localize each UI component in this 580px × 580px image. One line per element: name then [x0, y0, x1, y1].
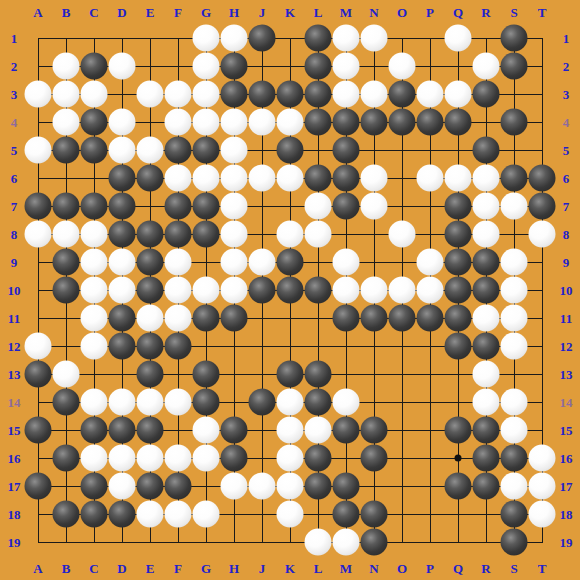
bottom-coord-label: S: [510, 562, 517, 575]
left-coord-label: 1: [11, 32, 18, 45]
black-stone: [333, 165, 360, 192]
black-stone: [25, 417, 52, 444]
bottom-coord-label: Q: [453, 562, 463, 575]
black-stone: [333, 193, 360, 220]
black-stone: [25, 193, 52, 220]
white-stone: [277, 501, 304, 528]
black-stone: [221, 445, 248, 472]
black-stone: [53, 249, 80, 276]
top-coord-label: S: [510, 6, 517, 19]
white-stone: [221, 249, 248, 276]
white-stone: [277, 473, 304, 500]
black-stone: [417, 305, 444, 332]
white-stone: [165, 109, 192, 136]
black-stone: [193, 361, 220, 388]
white-stone: [53, 53, 80, 80]
white-stone: [25, 81, 52, 108]
black-stone: [361, 529, 388, 556]
left-coord-label: 4: [11, 116, 18, 129]
white-stone: [25, 333, 52, 360]
black-stone: [501, 445, 528, 472]
black-stone: [193, 221, 220, 248]
white-stone: [501, 417, 528, 444]
white-stone: [361, 81, 388, 108]
black-stone: [473, 333, 500, 360]
left-coord-label: 11: [8, 312, 20, 325]
black-stone: [193, 305, 220, 332]
white-stone: [361, 25, 388, 52]
white-stone: [501, 193, 528, 220]
white-stone: [417, 249, 444, 276]
left-coord-label: 2: [11, 60, 18, 73]
white-stone: [137, 501, 164, 528]
black-stone: [221, 417, 248, 444]
white-stone: [389, 221, 416, 248]
black-stone: [305, 277, 332, 304]
left-coord-label: 7: [11, 200, 18, 213]
white-stone: [53, 109, 80, 136]
white-stone: [333, 53, 360, 80]
white-stone: [165, 277, 192, 304]
white-stone: [277, 445, 304, 472]
white-stone: [81, 333, 108, 360]
white-stone: [221, 137, 248, 164]
black-stone: [305, 165, 332, 192]
black-stone: [53, 445, 80, 472]
white-stone: [221, 193, 248, 220]
black-stone: [53, 137, 80, 164]
black-stone: [361, 501, 388, 528]
white-stone: [445, 165, 472, 192]
black-stone: [305, 53, 332, 80]
white-stone: [193, 165, 220, 192]
black-stone: [473, 445, 500, 472]
white-stone: [277, 389, 304, 416]
black-stone: [53, 389, 80, 416]
white-stone: [277, 417, 304, 444]
black-stone: [529, 193, 556, 220]
white-stone: [333, 25, 360, 52]
black-stone: [445, 221, 472, 248]
white-stone: [249, 473, 276, 500]
black-stone: [109, 333, 136, 360]
black-stone: [333, 417, 360, 444]
black-stone: [165, 193, 192, 220]
white-stone: [277, 109, 304, 136]
black-stone: [333, 501, 360, 528]
black-stone: [305, 81, 332, 108]
black-stone: [249, 81, 276, 108]
black-stone: [81, 501, 108, 528]
black-stone: [165, 137, 192, 164]
black-stone: [109, 193, 136, 220]
bottom-coord-label: L: [314, 562, 323, 575]
white-stone: [249, 109, 276, 136]
left-coord-label: 16: [8, 452, 21, 465]
black-stone: [333, 137, 360, 164]
top-coord-label: N: [369, 6, 378, 19]
bottom-coord-label: C: [89, 562, 98, 575]
white-stone: [445, 81, 472, 108]
black-stone: [361, 109, 388, 136]
black-stone: [277, 81, 304, 108]
white-stone: [249, 249, 276, 276]
bottom-coord-label: G: [201, 562, 211, 575]
top-coord-label: L: [314, 6, 323, 19]
top-coord-label: T: [538, 6, 547, 19]
bottom-coord-label: F: [174, 562, 182, 575]
black-stone: [165, 221, 192, 248]
black-stone: [109, 221, 136, 248]
right-coord-label: 12: [560, 340, 573, 353]
black-stone: [193, 137, 220, 164]
top-coord-label: R: [481, 6, 490, 19]
white-stone: [193, 81, 220, 108]
black-stone: [81, 193, 108, 220]
black-stone: [333, 109, 360, 136]
white-stone: [109, 249, 136, 276]
black-stone: [389, 109, 416, 136]
white-stone: [473, 193, 500, 220]
left-coord-label: 17: [8, 480, 21, 493]
right-coord-label: 17: [560, 480, 573, 493]
black-stone: [389, 305, 416, 332]
black-stone: [501, 53, 528, 80]
white-stone: [165, 305, 192, 332]
black-stone: [305, 445, 332, 472]
black-stone: [137, 333, 164, 360]
right-coord-label: 6: [563, 172, 570, 185]
white-stone: [389, 53, 416, 80]
white-stone: [501, 389, 528, 416]
black-stone: [81, 137, 108, 164]
black-stone: [305, 25, 332, 52]
white-stone: [305, 529, 332, 556]
left-coord-label: 3: [11, 88, 18, 101]
white-stone: [81, 81, 108, 108]
black-stone: [277, 137, 304, 164]
black-stone: [361, 305, 388, 332]
white-stone: [473, 165, 500, 192]
bottom-coord-label: J: [259, 562, 266, 575]
black-stone: [81, 473, 108, 500]
white-stone: [53, 221, 80, 248]
black-stone: [249, 277, 276, 304]
white-stone: [277, 165, 304, 192]
black-stone: [501, 25, 528, 52]
black-stone: [501, 501, 528, 528]
black-stone: [165, 333, 192, 360]
white-stone: [137, 137, 164, 164]
white-stone: [417, 277, 444, 304]
black-stone: [333, 305, 360, 332]
left-coord-label: 19: [8, 536, 21, 549]
white-stone: [333, 389, 360, 416]
top-coord-label: G: [201, 6, 211, 19]
star-point: [455, 455, 462, 462]
right-coord-label: 8: [563, 228, 570, 241]
white-stone: [137, 389, 164, 416]
black-stone: [137, 361, 164, 388]
white-stone: [361, 193, 388, 220]
black-stone: [249, 389, 276, 416]
right-coord-label: 13: [560, 368, 573, 381]
black-stone: [109, 501, 136, 528]
bottom-coord-label: H: [229, 562, 239, 575]
white-stone: [193, 109, 220, 136]
top-coord-label: E: [146, 6, 155, 19]
black-stone: [361, 445, 388, 472]
white-stone: [165, 165, 192, 192]
top-coord-label: Q: [453, 6, 463, 19]
bottom-coord-label: E: [146, 562, 155, 575]
right-coord-label: 19: [560, 536, 573, 549]
white-stone: [249, 165, 276, 192]
left-coord-label: 13: [8, 368, 21, 381]
bottom-coord-label: K: [285, 562, 295, 575]
top-coord-label: P: [426, 6, 434, 19]
black-stone: [81, 109, 108, 136]
right-coord-label: 15: [560, 424, 573, 437]
black-stone: [529, 165, 556, 192]
top-coord-label: M: [340, 6, 352, 19]
black-stone: [445, 333, 472, 360]
left-coord-label: 8: [11, 228, 18, 241]
bottom-coord-label: B: [62, 562, 71, 575]
black-stone: [53, 193, 80, 220]
black-stone: [137, 165, 164, 192]
white-stone: [137, 305, 164, 332]
right-coord-label: 5: [563, 144, 570, 157]
right-coord-label: 14: [560, 396, 573, 409]
left-coord-label: 10: [8, 284, 21, 297]
black-stone: [137, 473, 164, 500]
black-stone: [305, 389, 332, 416]
white-stone: [165, 501, 192, 528]
bottom-coord-label: T: [538, 562, 547, 575]
black-stone: [109, 305, 136, 332]
right-coord-label: 11: [560, 312, 572, 325]
white-stone: [361, 277, 388, 304]
black-stone: [473, 473, 500, 500]
left-coord-label: 15: [8, 424, 21, 437]
black-stone: [333, 473, 360, 500]
black-stone: [25, 361, 52, 388]
white-stone: [193, 25, 220, 52]
white-stone: [109, 137, 136, 164]
black-stone: [53, 501, 80, 528]
right-coord-label: 1: [563, 32, 570, 45]
black-stone: [501, 165, 528, 192]
white-stone: [109, 277, 136, 304]
white-stone: [81, 277, 108, 304]
black-stone: [473, 81, 500, 108]
black-stone: [501, 109, 528, 136]
right-coord-label: 18: [560, 508, 573, 521]
white-stone: [473, 305, 500, 332]
white-stone: [193, 53, 220, 80]
black-stone: [25, 473, 52, 500]
right-coord-label: 7: [563, 200, 570, 213]
white-stone: [53, 361, 80, 388]
top-coord-label: D: [117, 6, 126, 19]
white-stone: [25, 221, 52, 248]
white-stone: [305, 417, 332, 444]
bottom-coord-label: M: [340, 562, 352, 575]
black-stone: [445, 249, 472, 276]
white-stone: [389, 277, 416, 304]
black-stone: [109, 417, 136, 444]
white-stone: [221, 473, 248, 500]
white-stone: [81, 389, 108, 416]
white-stone: [193, 445, 220, 472]
white-stone: [137, 81, 164, 108]
black-stone: [445, 417, 472, 444]
white-stone: [529, 501, 556, 528]
white-stone: [165, 81, 192, 108]
white-stone: [473, 53, 500, 80]
black-stone: [81, 417, 108, 444]
white-stone: [333, 277, 360, 304]
black-stone: [109, 165, 136, 192]
black-stone: [389, 81, 416, 108]
top-coord-label: K: [285, 6, 295, 19]
black-stone: [221, 81, 248, 108]
white-stone: [305, 193, 332, 220]
black-stone: [137, 277, 164, 304]
black-stone: [501, 529, 528, 556]
white-stone: [501, 249, 528, 276]
black-stone: [473, 417, 500, 444]
black-stone: [445, 277, 472, 304]
bottom-coord-label: N: [369, 562, 378, 575]
white-stone: [333, 249, 360, 276]
black-stone: [277, 277, 304, 304]
black-stone: [81, 53, 108, 80]
black-stone: [137, 417, 164, 444]
white-stone: [361, 165, 388, 192]
bottom-coord-label: D: [117, 562, 126, 575]
white-stone: [529, 221, 556, 248]
black-stone: [221, 305, 248, 332]
black-stone: [305, 361, 332, 388]
white-stone: [501, 305, 528, 332]
black-stone: [445, 193, 472, 220]
white-stone: [165, 389, 192, 416]
white-stone: [81, 445, 108, 472]
right-coord-label: 4: [563, 116, 570, 129]
white-stone: [417, 81, 444, 108]
right-coord-label: 16: [560, 452, 573, 465]
white-stone: [305, 221, 332, 248]
white-stone: [221, 277, 248, 304]
white-stone: [25, 137, 52, 164]
right-coord-label: 9: [563, 256, 570, 269]
black-stone: [445, 109, 472, 136]
left-coord-label: 18: [8, 508, 21, 521]
white-stone: [473, 221, 500, 248]
left-coord-label: 9: [11, 256, 18, 269]
white-stone: [81, 221, 108, 248]
white-stone: [81, 305, 108, 332]
left-coord-label: 6: [11, 172, 18, 185]
top-coord-label: C: [89, 6, 98, 19]
white-stone: [109, 445, 136, 472]
white-stone: [473, 389, 500, 416]
black-stone: [137, 249, 164, 276]
white-stone: [109, 53, 136, 80]
white-stone: [501, 333, 528, 360]
white-stone: [501, 277, 528, 304]
black-stone: [361, 417, 388, 444]
white-stone: [53, 81, 80, 108]
white-stone: [417, 165, 444, 192]
white-stone: [501, 473, 528, 500]
black-stone: [473, 137, 500, 164]
right-coord-label: 10: [560, 284, 573, 297]
left-coord-label: 5: [11, 144, 18, 157]
black-stone: [165, 473, 192, 500]
black-stone: [473, 277, 500, 304]
white-stone: [137, 445, 164, 472]
white-stone: [193, 501, 220, 528]
bottom-coord-label: P: [426, 562, 434, 575]
right-coord-label: 3: [563, 88, 570, 101]
black-stone: [277, 361, 304, 388]
black-stone: [193, 389, 220, 416]
black-stone: [417, 109, 444, 136]
go-board[interactable]: AABBCCDDEEFFGGHHJJKKLLMMNNOOPPQQRRSSTT11…: [0, 0, 580, 580]
bottom-coord-label: R: [481, 562, 490, 575]
white-stone: [473, 361, 500, 388]
white-stone: [221, 109, 248, 136]
white-stone: [333, 529, 360, 556]
black-stone: [445, 305, 472, 332]
black-stone: [193, 193, 220, 220]
black-stone: [53, 277, 80, 304]
top-coord-label: O: [397, 6, 407, 19]
black-stone: [137, 221, 164, 248]
white-stone: [333, 81, 360, 108]
white-stone: [445, 25, 472, 52]
white-stone: [221, 165, 248, 192]
bottom-coord-label: O: [397, 562, 407, 575]
black-stone: [473, 249, 500, 276]
right-coord-label: 2: [563, 60, 570, 73]
top-coord-label: F: [174, 6, 182, 19]
white-stone: [193, 277, 220, 304]
white-stone: [193, 417, 220, 444]
top-coord-label: H: [229, 6, 239, 19]
white-stone: [221, 221, 248, 248]
black-stone: [249, 25, 276, 52]
left-coord-label: 14: [8, 396, 21, 409]
left-coord-label: 12: [8, 340, 21, 353]
white-stone: [165, 445, 192, 472]
white-stone: [109, 389, 136, 416]
black-stone: [221, 53, 248, 80]
black-stone: [305, 109, 332, 136]
white-stone: [221, 25, 248, 52]
top-coord-label: J: [259, 6, 266, 19]
black-stone: [445, 473, 472, 500]
white-stone: [529, 473, 556, 500]
black-stone: [305, 473, 332, 500]
top-coord-label: A: [33, 6, 42, 19]
white-stone: [81, 249, 108, 276]
white-stone: [529, 445, 556, 472]
bottom-coord-label: A: [33, 562, 42, 575]
